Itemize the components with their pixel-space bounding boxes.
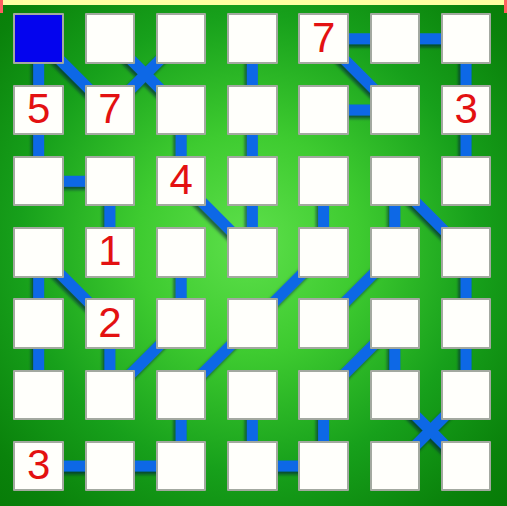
clue-number: 7 <box>312 17 335 61</box>
cell-r2c0[interactable] <box>13 156 64 207</box>
cell-r1c4[interactable] <box>298 85 349 136</box>
cell-r3c2[interactable] <box>156 227 207 278</box>
cell-r1c3[interactable] <box>227 85 278 136</box>
cell-r3c6[interactable] <box>441 227 492 278</box>
cell-r6c1[interactable] <box>85 441 136 492</box>
cell-r4c1[interactable]: 2 <box>85 298 136 349</box>
cell-r3c5[interactable] <box>370 227 421 278</box>
cell-r1c5[interactable] <box>370 85 421 136</box>
cell-r5c6[interactable] <box>441 370 492 421</box>
cell-r0c1[interactable] <box>85 13 136 64</box>
cell-r1c6[interactable]: 3 <box>441 85 492 136</box>
clue-number: 1 <box>98 230 121 274</box>
window-top-border <box>0 0 507 5</box>
cell-r1c1[interactable]: 7 <box>85 85 136 136</box>
cell-r5c2[interactable] <box>156 370 207 421</box>
cell-r5c4[interactable] <box>298 370 349 421</box>
cell-r2c3[interactable] <box>227 156 278 207</box>
cell-r4c5[interactable] <box>370 298 421 349</box>
cell-r4c0[interactable] <box>13 298 64 349</box>
board: 75734123 <box>0 0 507 506</box>
cell-r2c5[interactable] <box>370 156 421 207</box>
cell-r2c4[interactable] <box>298 156 349 207</box>
cell-r5c5[interactable] <box>370 370 421 421</box>
cell-r3c1[interactable]: 1 <box>85 227 136 278</box>
cell-r6c6[interactable] <box>441 441 492 492</box>
cell-r2c1[interactable] <box>85 156 136 207</box>
clue-number: 7 <box>98 88 121 132</box>
cell-r0c5[interactable] <box>370 13 421 64</box>
cell-r6c5[interactable] <box>370 441 421 492</box>
cell-r1c2[interactable] <box>156 85 207 136</box>
cell-r4c4[interactable] <box>298 298 349 349</box>
cell-r4c2[interactable] <box>156 298 207 349</box>
cell-r5c1[interactable] <box>85 370 136 421</box>
clue-number: 3 <box>27 444 50 488</box>
cell-r2c6[interactable] <box>441 156 492 207</box>
cell-r4c3[interactable] <box>227 298 278 349</box>
window-corner-sliver-left <box>0 0 3 13</box>
cell-r3c3[interactable] <box>227 227 278 278</box>
cell-r1c0[interactable]: 5 <box>13 85 64 136</box>
cell-r6c4[interactable] <box>298 441 349 492</box>
clue-number: 3 <box>454 88 477 132</box>
cell-r6c0[interactable]: 3 <box>13 441 64 492</box>
cell-r5c0[interactable] <box>13 370 64 421</box>
clue-number: 2 <box>98 302 121 346</box>
cell-r0c4[interactable]: 7 <box>298 13 349 64</box>
cell-r0c6[interactable] <box>441 13 492 64</box>
cell-r5c3[interactable] <box>227 370 278 421</box>
cell-r6c3[interactable] <box>227 441 278 492</box>
cell-r2c2[interactable]: 4 <box>156 156 207 207</box>
cell-r4c6[interactable] <box>441 298 492 349</box>
cell-r0c0[interactable] <box>13 13 64 64</box>
clue-number: 5 <box>27 88 50 132</box>
cell-r0c2[interactable] <box>156 13 207 64</box>
cell-r0c3[interactable] <box>227 13 278 64</box>
cell-r3c4[interactable] <box>298 227 349 278</box>
cell-r3c0[interactable] <box>13 227 64 278</box>
cell-r6c2[interactable] <box>156 441 207 492</box>
clue-number: 4 <box>169 159 192 203</box>
